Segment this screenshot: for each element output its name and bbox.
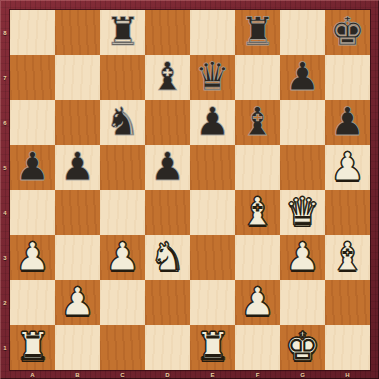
chess-board: ♜♜♚♝♛♟♞♟♝♟♟♟♟♟♝♛♟♟♞♟♝♟♟♜♜♚ 87654321ABCDE… bbox=[0, 0, 379, 379]
rank-label-8: 8 bbox=[0, 10, 10, 55]
square-b2[interactable]: ♟ bbox=[55, 280, 100, 325]
square-e3[interactable] bbox=[190, 235, 235, 280]
piece-white-rook: ♜ bbox=[15, 324, 50, 369]
square-d1[interactable] bbox=[145, 325, 190, 370]
rank-label-6: 6 bbox=[0, 100, 10, 145]
square-f5[interactable] bbox=[235, 145, 280, 190]
square-a3[interactable]: ♟ bbox=[10, 235, 55, 280]
square-c1[interactable] bbox=[100, 325, 145, 370]
square-c7[interactable] bbox=[100, 55, 145, 100]
square-f8[interactable]: ♜ bbox=[235, 10, 280, 55]
piece-white-pawn: ♟ bbox=[240, 279, 275, 324]
square-f2[interactable]: ♟ bbox=[235, 280, 280, 325]
square-b7[interactable] bbox=[55, 55, 100, 100]
square-a5[interactable]: ♟ bbox=[10, 145, 55, 190]
piece-white-bishop: ♝ bbox=[330, 234, 365, 279]
square-g8[interactable] bbox=[280, 10, 325, 55]
piece-black-pawn: ♟ bbox=[330, 99, 365, 144]
square-d4[interactable] bbox=[145, 190, 190, 235]
file-label-e: E bbox=[190, 370, 235, 379]
square-b4[interactable] bbox=[55, 190, 100, 235]
square-e5[interactable] bbox=[190, 145, 235, 190]
square-c3[interactable]: ♟ bbox=[100, 235, 145, 280]
piece-white-pawn: ♟ bbox=[330, 144, 365, 189]
square-d6[interactable] bbox=[145, 100, 190, 145]
square-h2[interactable] bbox=[325, 280, 370, 325]
square-g1[interactable]: ♚ bbox=[280, 325, 325, 370]
piece-white-king: ♚ bbox=[285, 324, 320, 369]
square-b3[interactable] bbox=[55, 235, 100, 280]
piece-black-queen: ♛ bbox=[195, 54, 230, 99]
piece-white-pawn: ♟ bbox=[15, 234, 50, 279]
piece-black-bishop: ♝ bbox=[240, 99, 275, 144]
square-a6[interactable] bbox=[10, 100, 55, 145]
square-h4[interactable] bbox=[325, 190, 370, 235]
piece-black-pawn: ♟ bbox=[60, 144, 95, 189]
square-b6[interactable] bbox=[55, 100, 100, 145]
piece-white-pawn: ♟ bbox=[105, 234, 140, 279]
square-d3[interactable]: ♞ bbox=[145, 235, 190, 280]
square-f7[interactable] bbox=[235, 55, 280, 100]
rank-label-7: 7 bbox=[0, 55, 10, 100]
square-h5[interactable]: ♟ bbox=[325, 145, 370, 190]
square-h1[interactable] bbox=[325, 325, 370, 370]
piece-black-rook: ♜ bbox=[240, 9, 275, 54]
square-a8[interactable] bbox=[10, 10, 55, 55]
piece-white-knight: ♞ bbox=[150, 234, 185, 279]
square-b1[interactable] bbox=[55, 325, 100, 370]
square-d8[interactable] bbox=[145, 10, 190, 55]
file-label-b: B bbox=[55, 370, 100, 379]
square-h3[interactable]: ♝ bbox=[325, 235, 370, 280]
square-g4[interactable]: ♛ bbox=[280, 190, 325, 235]
piece-white-pawn: ♟ bbox=[285, 234, 320, 279]
square-h8[interactable]: ♚ bbox=[325, 10, 370, 55]
file-label-c: C bbox=[100, 370, 145, 379]
rank-label-5: 5 bbox=[0, 145, 10, 190]
square-d2[interactable] bbox=[145, 280, 190, 325]
square-e8[interactable] bbox=[190, 10, 235, 55]
square-d7[interactable]: ♝ bbox=[145, 55, 190, 100]
square-c5[interactable] bbox=[100, 145, 145, 190]
square-g3[interactable]: ♟ bbox=[280, 235, 325, 280]
file-label-g: G bbox=[280, 370, 325, 379]
square-a2[interactable] bbox=[10, 280, 55, 325]
rank-label-2: 2 bbox=[0, 280, 10, 325]
piece-black-bishop: ♝ bbox=[150, 54, 185, 99]
piece-black-pawn: ♟ bbox=[150, 144, 185, 189]
piece-white-bishop: ♝ bbox=[240, 189, 275, 234]
piece-black-king: ♚ bbox=[330, 9, 365, 54]
piece-white-pawn: ♟ bbox=[60, 279, 95, 324]
square-c8[interactable]: ♜ bbox=[100, 10, 145, 55]
square-c2[interactable] bbox=[100, 280, 145, 325]
square-g5[interactable] bbox=[280, 145, 325, 190]
piece-black-pawn: ♟ bbox=[195, 99, 230, 144]
square-h6[interactable]: ♟ bbox=[325, 100, 370, 145]
piece-black-rook: ♜ bbox=[105, 9, 140, 54]
square-c4[interactable] bbox=[100, 190, 145, 235]
square-e1[interactable]: ♜ bbox=[190, 325, 235, 370]
file-label-d: D bbox=[145, 370, 190, 379]
square-c6[interactable]: ♞ bbox=[100, 100, 145, 145]
square-g7[interactable]: ♟ bbox=[280, 55, 325, 100]
rank-label-1: 1 bbox=[0, 325, 10, 370]
file-label-f: F bbox=[235, 370, 280, 379]
square-e7[interactable]: ♛ bbox=[190, 55, 235, 100]
square-b8[interactable] bbox=[55, 10, 100, 55]
square-a1[interactable]: ♜ bbox=[10, 325, 55, 370]
square-b5[interactable]: ♟ bbox=[55, 145, 100, 190]
square-g6[interactable] bbox=[280, 100, 325, 145]
piece-black-pawn: ♟ bbox=[285, 54, 320, 99]
square-f6[interactable]: ♝ bbox=[235, 100, 280, 145]
square-a7[interactable] bbox=[10, 55, 55, 100]
rank-label-3: 3 bbox=[0, 235, 10, 280]
file-label-a: A bbox=[10, 370, 55, 379]
square-a4[interactable] bbox=[10, 190, 55, 235]
square-h7[interactable] bbox=[325, 55, 370, 100]
square-e2[interactable] bbox=[190, 280, 235, 325]
piece-white-rook: ♜ bbox=[195, 324, 230, 369]
piece-white-queen: ♛ bbox=[285, 189, 320, 234]
rank-label-4: 4 bbox=[0, 190, 10, 235]
square-g2[interactable] bbox=[280, 280, 325, 325]
square-f3[interactable] bbox=[235, 235, 280, 280]
square-f1[interactable] bbox=[235, 325, 280, 370]
file-label-h: H bbox=[325, 370, 370, 379]
piece-black-pawn: ♟ bbox=[15, 144, 50, 189]
piece-black-knight: ♞ bbox=[105, 99, 140, 144]
board-grid: ♜♜♚♝♛♟♞♟♝♟♟♟♟♟♝♛♟♟♞♟♝♟♟♜♜♚ bbox=[10, 10, 370, 370]
square-e6[interactable]: ♟ bbox=[190, 100, 235, 145]
square-f4[interactable]: ♝ bbox=[235, 190, 280, 235]
square-e4[interactable] bbox=[190, 190, 235, 235]
square-d5[interactable]: ♟ bbox=[145, 145, 190, 190]
